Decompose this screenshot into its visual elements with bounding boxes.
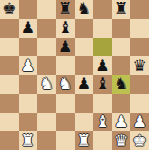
- piece-black-queen[interactable]: ♛: [133, 58, 147, 74]
- square-d5[interactable]: [56, 56, 75, 75]
- square-e6[interactable]: [75, 38, 94, 57]
- square-g5[interactable]: [112, 56, 131, 75]
- piece-white-king[interactable]: ♚: [133, 133, 147, 149]
- piece-white-pawn[interactable]: ♟: [21, 58, 35, 74]
- piece-black-rook[interactable]: ♜: [58, 1, 72, 17]
- square-a6[interactable]: [0, 38, 19, 57]
- piece-black-king[interactable]: ♚: [2, 1, 16, 17]
- square-a1[interactable]: [0, 131, 19, 150]
- square-h7[interactable]: [130, 19, 149, 38]
- piece-white-knight[interactable]: ♞: [39, 76, 53, 92]
- square-c3[interactable]: [37, 94, 56, 113]
- piece-black-pawn[interactable]: ♟: [95, 58, 109, 74]
- square-a3[interactable]: [0, 94, 19, 113]
- square-a2[interactable]: [0, 113, 19, 132]
- square-d2[interactable]: [56, 113, 75, 132]
- square-e4[interactable]: ♟: [75, 75, 94, 94]
- square-b4[interactable]: [19, 75, 38, 94]
- square-h5[interactable]: ♛: [130, 56, 149, 75]
- square-e2[interactable]: [75, 113, 94, 132]
- square-g4[interactable]: ♞: [112, 75, 131, 94]
- square-g7[interactable]: [112, 19, 131, 38]
- square-g2[interactable]: ♟: [112, 113, 131, 132]
- square-h6[interactable]: [130, 38, 149, 57]
- square-c8[interactable]: [37, 0, 56, 19]
- square-e8[interactable]: ♞: [75, 0, 94, 19]
- square-g6[interactable]: [112, 38, 131, 57]
- square-g8[interactable]: ♜: [112, 0, 131, 19]
- square-c4[interactable]: ♞: [37, 75, 56, 94]
- square-d3[interactable]: [56, 94, 75, 113]
- piece-black-pawn[interactable]: ♟: [21, 20, 35, 36]
- piece-black-bishop[interactable]: ♝: [95, 76, 109, 92]
- square-b2[interactable]: [19, 113, 38, 132]
- piece-black-bishop[interactable]: ♝: [58, 20, 72, 36]
- square-c7[interactable]: [37, 19, 56, 38]
- square-g1[interactable]: ♛: [112, 131, 131, 150]
- square-c6[interactable]: [37, 38, 56, 57]
- square-c5[interactable]: [37, 56, 56, 75]
- piece-black-knight[interactable]: ♞: [77, 1, 91, 17]
- square-f1[interactable]: [93, 131, 112, 150]
- square-d7[interactable]: ♝: [56, 19, 75, 38]
- square-b3[interactable]: [19, 94, 38, 113]
- square-g3[interactable]: [112, 94, 131, 113]
- square-c1[interactable]: [37, 131, 56, 150]
- square-f6[interactable]: [93, 38, 112, 57]
- piece-black-pawn[interactable]: ♟: [77, 76, 91, 92]
- square-h3[interactable]: [130, 94, 149, 113]
- piece-white-queen[interactable]: ♛: [114, 133, 128, 149]
- square-c2[interactable]: [37, 113, 56, 132]
- piece-black-rook[interactable]: ♜: [114, 1, 128, 17]
- piece-white-pawn[interactable]: ♟: [114, 114, 128, 130]
- square-d6[interactable]: ♟: [56, 38, 75, 57]
- piece-white-rook[interactable]: ♜: [21, 133, 35, 149]
- square-b1[interactable]: ♜: [19, 131, 38, 150]
- square-h1[interactable]: ♚: [130, 131, 149, 150]
- square-d8[interactable]: ♜: [56, 0, 75, 19]
- square-a4[interactable]: [0, 75, 19, 94]
- square-f7[interactable]: [93, 19, 112, 38]
- square-a7[interactable]: [0, 19, 19, 38]
- square-a8[interactable]: ♚: [0, 0, 19, 19]
- square-d4[interactable]: ♞: [56, 75, 75, 94]
- square-e5[interactable]: [75, 56, 94, 75]
- square-e7[interactable]: [75, 19, 94, 38]
- square-b8[interactable]: [19, 0, 38, 19]
- piece-black-knight[interactable]: ♞: [114, 76, 128, 92]
- square-h8[interactable]: [130, 0, 149, 19]
- square-f8[interactable]: [93, 0, 112, 19]
- square-f5[interactable]: ♟: [93, 56, 112, 75]
- piece-white-pawn[interactable]: ♟: [133, 114, 147, 130]
- square-f2[interactable]: ♝: [93, 113, 112, 132]
- square-h4[interactable]: [130, 75, 149, 94]
- piece-white-knight[interactable]: ♞: [58, 76, 72, 92]
- square-e1[interactable]: ♜: [75, 131, 94, 150]
- square-b5[interactable]: ♟: [19, 56, 38, 75]
- square-d1[interactable]: [56, 131, 75, 150]
- square-f3[interactable]: [93, 94, 112, 113]
- square-a5[interactable]: [0, 56, 19, 75]
- square-e3[interactable]: [75, 94, 94, 113]
- square-h2[interactable]: ♟: [130, 113, 149, 132]
- piece-white-rook[interactable]: ♜: [77, 133, 91, 149]
- chess-board: ♚♜♞♜♟♝♟♟♟♛♞♞♟♝♞♝♟♟♜♜♛♚: [0, 0, 149, 150]
- piece-black-pawn[interactable]: ♟: [58, 39, 72, 55]
- square-b6[interactable]: [19, 38, 38, 57]
- square-f4[interactable]: ♝: [93, 75, 112, 94]
- square-b7[interactable]: ♟: [19, 19, 38, 38]
- piece-white-bishop[interactable]: ♝: [95, 114, 109, 130]
